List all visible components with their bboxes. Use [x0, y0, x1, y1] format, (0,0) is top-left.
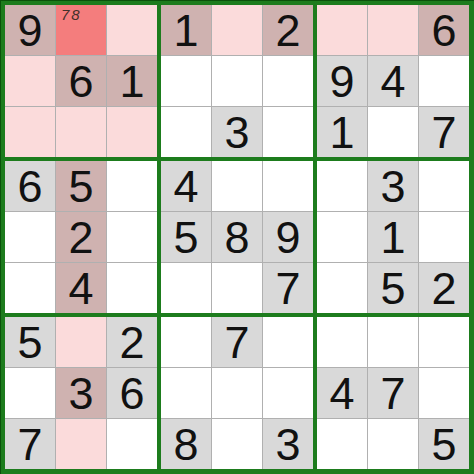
cell-r4c2[interactable]: 5 — [56, 161, 106, 211]
cell-r9c4[interactable]: 8 — [161, 419, 211, 469]
cell-r9c7[interactable] — [317, 419, 367, 469]
cell-r6c5[interactable] — [212, 263, 262, 313]
cell-r5c3[interactable] — [107, 212, 157, 262]
cell-r8c8[interactable]: 7 — [368, 368, 418, 418]
cell-r9c9[interactable]: 5 — [419, 419, 469, 469]
cell-r7c7[interactable] — [317, 317, 367, 367]
cell-r3c1[interactable] — [5, 107, 55, 157]
cell-r6c6[interactable]: 7 — [263, 263, 313, 313]
cell-r1c5[interactable] — [212, 5, 262, 55]
box-4: 6524 — [5, 161, 157, 313]
cell-r4c6[interactable] — [263, 161, 313, 211]
cell-r7c2[interactable] — [56, 317, 106, 367]
cell-r8c7[interactable]: 4 — [317, 368, 367, 418]
cell-r7c1[interactable]: 5 — [5, 317, 55, 367]
cell-r2c7[interactable]: 9 — [317, 56, 367, 106]
cell-r8c4[interactable] — [161, 368, 211, 418]
cell-r7c6[interactable] — [263, 317, 313, 367]
cell-r1c2[interactable]: 78 — [56, 5, 106, 55]
cell-r3c6[interactable] — [263, 107, 313, 157]
cell-r8c5[interactable] — [212, 368, 262, 418]
cell-r1c8[interactable] — [368, 5, 418, 55]
pencil-marks: 78 — [61, 7, 82, 24]
cell-r7c8[interactable] — [368, 317, 418, 367]
box-5: 45897 — [161, 161, 313, 313]
cell-r9c3[interactable] — [107, 419, 157, 469]
cell-r5c4[interactable]: 5 — [161, 212, 211, 262]
cell-r4c3[interactable] — [107, 161, 157, 211]
cell-r5c2[interactable]: 2 — [56, 212, 106, 262]
cell-r4c7[interactable] — [317, 161, 367, 211]
cell-r7c4[interactable] — [161, 317, 211, 367]
box-9: 475 — [317, 317, 469, 469]
cell-r4c8[interactable]: 3 — [368, 161, 418, 211]
cell-r2c3[interactable]: 1 — [107, 56, 157, 106]
cell-r6c1[interactable] — [5, 263, 55, 313]
cell-r4c5[interactable] — [212, 161, 262, 211]
cell-r2c2[interactable]: 6 — [56, 56, 106, 106]
cell-r7c5[interactable]: 7 — [212, 317, 262, 367]
cell-r8c6[interactable] — [263, 368, 313, 418]
cell-r2c1[interactable] — [5, 56, 55, 106]
cell-r3c3[interactable] — [107, 107, 157, 157]
cell-r2c6[interactable] — [263, 56, 313, 106]
cell-r1c6[interactable]: 2 — [263, 5, 313, 55]
cell-r5c6[interactable]: 9 — [263, 212, 313, 262]
cell-r6c3[interactable] — [107, 263, 157, 313]
cell-r3c5[interactable]: 3 — [212, 107, 262, 157]
cell-r9c8[interactable] — [368, 419, 418, 469]
cell-r4c4[interactable]: 4 — [161, 161, 211, 211]
cell-r9c5[interactable] — [212, 419, 262, 469]
cell-r6c8[interactable]: 5 — [368, 263, 418, 313]
cell-r5c7[interactable] — [317, 212, 367, 262]
box-1: 97861 — [5, 5, 157, 157]
cell-r5c9[interactable] — [419, 212, 469, 262]
cell-r1c7[interactable] — [317, 5, 367, 55]
cell-r3c7[interactable]: 1 — [317, 107, 367, 157]
sudoku-board: 9786112369417652445897315252367783475 — [0, 0, 474, 474]
cell-r1c4[interactable]: 1 — [161, 5, 211, 55]
cell-r6c9[interactable]: 2 — [419, 263, 469, 313]
cell-r5c5[interactable]: 8 — [212, 212, 262, 262]
cell-r1c1[interactable]: 9 — [5, 5, 55, 55]
cell-r1c3[interactable] — [107, 5, 157, 55]
cell-r7c9[interactable] — [419, 317, 469, 367]
cell-r9c1[interactable]: 7 — [5, 419, 55, 469]
cell-r6c4[interactable] — [161, 263, 211, 313]
cell-r7c3[interactable]: 2 — [107, 317, 157, 367]
cell-r6c7[interactable] — [317, 263, 367, 313]
cell-r3c4[interactable] — [161, 107, 211, 157]
box-8: 783 — [161, 317, 313, 469]
cell-r2c9[interactable] — [419, 56, 469, 106]
box-6: 3152 — [317, 161, 469, 313]
cell-r8c9[interactable] — [419, 368, 469, 418]
cell-r3c2[interactable] — [56, 107, 106, 157]
cell-r8c1[interactable] — [5, 368, 55, 418]
cell-r4c9[interactable] — [419, 161, 469, 211]
cell-r2c4[interactable] — [161, 56, 211, 106]
cell-r2c8[interactable]: 4 — [368, 56, 418, 106]
cell-r9c2[interactable] — [56, 419, 106, 469]
cell-r2c5[interactable] — [212, 56, 262, 106]
box-2: 123 — [161, 5, 313, 157]
cell-r9c6[interactable]: 3 — [263, 419, 313, 469]
cell-r8c2[interactable]: 3 — [56, 368, 106, 418]
cell-r3c8[interactable] — [368, 107, 418, 157]
cell-r3c9[interactable]: 7 — [419, 107, 469, 157]
box-7: 52367 — [5, 317, 157, 469]
cell-r6c2[interactable]: 4 — [56, 263, 106, 313]
box-3: 69417 — [317, 5, 469, 157]
cell-r5c1[interactable] — [5, 212, 55, 262]
cell-r8c3[interactable]: 6 — [107, 368, 157, 418]
cell-r1c9[interactable]: 6 — [419, 5, 469, 55]
cell-r4c1[interactable]: 6 — [5, 161, 55, 211]
cell-r5c8[interactable]: 1 — [368, 212, 418, 262]
